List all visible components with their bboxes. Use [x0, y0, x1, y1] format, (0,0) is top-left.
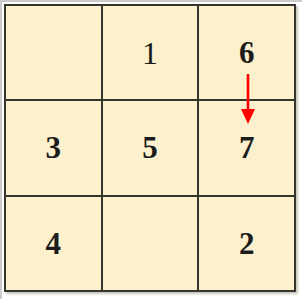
cell-value: 2	[239, 228, 255, 259]
cell-r0c1[interactable]: 1	[103, 6, 198, 99]
cell-r1c1[interactable]: 5	[103, 101, 198, 194]
cell-value: 4	[46, 228, 62, 259]
cell-r0c0[interactable]	[6, 6, 101, 99]
cell-r1c2[interactable]: 7	[199, 101, 294, 194]
cell-value: 6	[239, 37, 255, 68]
cell-r0c2[interactable]: 6	[199, 6, 294, 99]
cell-r1c0[interactable]: 3	[6, 101, 101, 194]
cell-value: 7	[239, 132, 255, 163]
cell-value: 5	[142, 132, 158, 163]
cell-r2c2[interactable]: 2	[199, 197, 294, 290]
board-grid: 1 6 3 5 7 4 2	[4, 4, 296, 292]
cell-r2c1[interactable]	[103, 197, 198, 290]
magic-square-diagram: 1 6 3 5 7 4 2	[0, 0, 302, 299]
cell-r2c0[interactable]: 4	[6, 197, 101, 290]
cell-value: 1	[142, 37, 158, 69]
cell-value: 3	[46, 132, 62, 163]
